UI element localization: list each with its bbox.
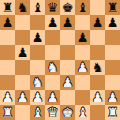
white-bishop-icon: ♝: [32, 105, 44, 120]
square-f7[interactable]: [75, 15, 90, 30]
white-pawn-icon: ♟: [107, 90, 119, 105]
square-f1[interactable]: ♝: [75, 105, 90, 120]
white-pawn-icon: ♟: [2, 90, 14, 105]
square-c8[interactable]: ♝: [30, 0, 45, 15]
square-d6[interactable]: [45, 30, 60, 45]
square-b5[interactable]: ♟: [15, 45, 30, 60]
white-pawn-icon: ♟: [32, 90, 44, 105]
square-e4[interactable]: [60, 60, 75, 75]
square-e5[interactable]: [60, 45, 75, 60]
square-b8[interactable]: ♞: [15, 0, 30, 15]
white-knight-icon: ♞: [32, 75, 44, 90]
square-h1[interactable]: ♜: [105, 105, 120, 120]
square-c2[interactable]: ♟: [30, 90, 45, 105]
black-pawn-icon: ♟: [47, 15, 59, 30]
square-c4[interactable]: [30, 60, 45, 75]
black-pawn-icon: ♟: [107, 15, 119, 30]
white-bishop-icon: ♝: [77, 105, 89, 120]
black-knight-icon: ♞: [17, 0, 29, 15]
square-c6[interactable]: ♟: [30, 30, 45, 45]
square-a8[interactable]: ♜: [0, 0, 15, 15]
square-f5[interactable]: [75, 45, 90, 60]
white-rook-icon: ♜: [2, 105, 14, 120]
square-a1[interactable]: ♜: [0, 105, 15, 120]
black-rook-icon: ♜: [2, 0, 14, 15]
black-pawn-icon: ♟: [17, 45, 29, 60]
square-h5[interactable]: [105, 45, 120, 60]
white-rook-icon: ♜: [107, 105, 119, 120]
square-a4[interactable]: [0, 60, 15, 75]
square-d3[interactable]: [45, 75, 60, 90]
black-pawn-icon: ♟: [92, 15, 104, 30]
square-a5[interactable]: [0, 45, 15, 60]
black-pawn-icon: ♟: [32, 30, 44, 45]
square-b2[interactable]: ♟: [15, 90, 30, 105]
square-e6[interactable]: [60, 30, 75, 45]
black-pawn-icon: ♟: [62, 15, 74, 30]
white-pawn-icon: ♟: [17, 90, 29, 105]
square-f4[interactable]: ♟: [75, 60, 90, 75]
square-h8[interactable]: ♜: [105, 0, 120, 15]
square-b4[interactable]: [15, 60, 30, 75]
square-d8[interactable]: ♛: [45, 0, 60, 15]
square-a3[interactable]: [0, 75, 15, 90]
square-d4[interactable]: ♞: [45, 60, 60, 75]
square-e3[interactable]: ♟: [60, 75, 75, 90]
square-g1[interactable]: [90, 105, 105, 120]
square-h2[interactable]: ♟: [105, 90, 120, 105]
square-d2[interactable]: ♟: [45, 90, 60, 105]
black-queen-icon: ♛: [47, 0, 59, 15]
square-b6[interactable]: [15, 30, 30, 45]
square-f6[interactable]: ♟: [75, 30, 90, 45]
square-c7[interactable]: [30, 15, 45, 30]
square-e2[interactable]: [60, 90, 75, 105]
square-d5[interactable]: [45, 45, 60, 60]
square-e7[interactable]: ♟: [60, 15, 75, 30]
square-f3[interactable]: [75, 75, 90, 90]
white-pawn-icon: ♟: [92, 90, 104, 105]
square-f8[interactable]: ♝: [75, 0, 90, 15]
square-g4[interactable]: ♞: [90, 60, 105, 75]
square-g3[interactable]: [90, 75, 105, 90]
square-e8[interactable]: ♚: [60, 0, 75, 15]
black-pawn-icon: ♟: [77, 30, 89, 45]
black-pawn-icon: ♟: [2, 15, 14, 30]
black-knight-icon: ♞: [92, 60, 104, 75]
square-a2[interactable]: ♟: [0, 90, 15, 105]
black-rook-icon: ♜: [107, 0, 119, 15]
square-c1[interactable]: ♝: [30, 105, 45, 120]
square-h3[interactable]: [105, 75, 120, 90]
chess-board: ♜♞♝♛♚♝♜♟♟♟♟♟♟♟♟♞♟♞♞♟♟♟♟♟♟♟♜♝♛♚♝♜: [0, 0, 120, 120]
square-a6[interactable]: [0, 30, 15, 45]
square-g5[interactable]: [90, 45, 105, 60]
white-pawn-icon: ♟: [62, 75, 74, 90]
square-e1[interactable]: ♚: [60, 105, 75, 120]
black-king-icon: ♚: [62, 0, 74, 15]
square-a7[interactable]: ♟: [0, 15, 15, 30]
square-g6[interactable]: [90, 30, 105, 45]
square-d7[interactable]: ♟: [45, 15, 60, 30]
white-knight-icon: ♞: [47, 60, 59, 75]
white-pawn-icon: ♟: [77, 60, 89, 75]
square-g7[interactable]: ♟: [90, 15, 105, 30]
square-b3[interactable]: [15, 75, 30, 90]
square-g2[interactable]: ♟: [90, 90, 105, 105]
square-g8[interactable]: [90, 0, 105, 15]
white-pawn-icon: ♟: [47, 90, 59, 105]
black-bishop-icon: ♝: [77, 0, 89, 15]
white-king-icon: ♚: [62, 105, 74, 120]
white-queen-icon: ♛: [47, 105, 59, 120]
square-h4[interactable]: [105, 60, 120, 75]
black-bishop-icon: ♝: [32, 0, 44, 15]
square-b1[interactable]: [15, 105, 30, 120]
square-d1[interactable]: ♛: [45, 105, 60, 120]
square-h6[interactable]: [105, 30, 120, 45]
square-h7[interactable]: ♟: [105, 15, 120, 30]
square-c3[interactable]: ♞: [30, 75, 45, 90]
square-f2[interactable]: [75, 90, 90, 105]
square-b7[interactable]: [15, 15, 30, 30]
square-c5[interactable]: [30, 45, 45, 60]
